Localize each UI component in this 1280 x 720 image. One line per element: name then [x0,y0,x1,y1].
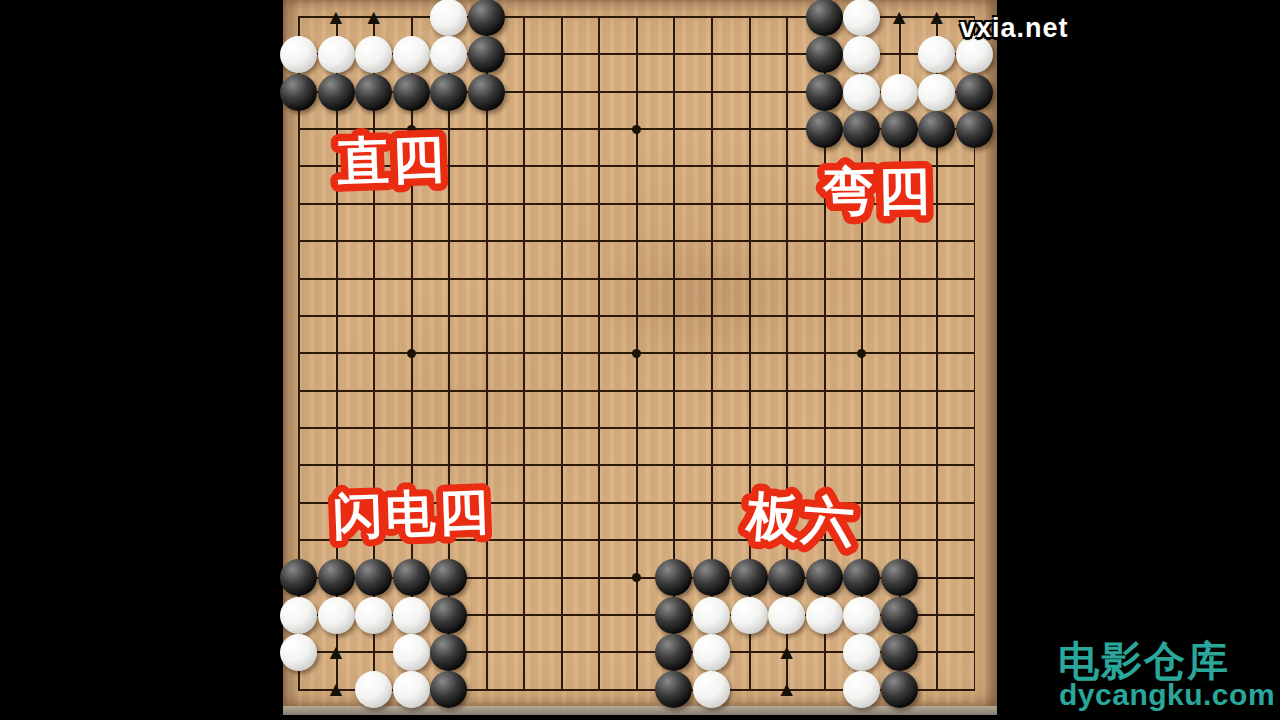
watermark-dycangku-domain: dycangku.com [1059,678,1275,712]
white-stone [693,634,730,671]
white-stone [918,36,955,73]
white-stone [355,36,392,73]
black-stone [806,74,843,111]
black-stone [881,634,918,671]
white-stone [843,74,880,111]
white-stone [693,671,730,708]
label-text: 闪电四 [332,483,493,545]
video-frame: { "game": "go", "description_visible_tex… [0,0,1280,720]
white-stone [393,634,430,671]
white-stone [806,597,843,634]
triangle-marker-icon: ▲ [776,641,797,662]
label-lightning-four: 闪电四 [260,454,564,574]
label-board-six: 板六 [673,455,930,582]
black-stone [655,634,692,671]
black-stone [806,36,843,73]
black-stone [280,74,317,111]
white-stone [393,597,430,634]
white-stone [280,597,317,634]
black-stone [956,74,993,111]
white-stone [731,597,768,634]
black-stone [468,0,505,36]
black-stone [655,597,692,634]
white-stone [430,0,467,36]
white-stone [843,634,880,671]
triangle-marker-icon: ▲ [926,6,947,27]
label-straight-four: 直四 [265,101,519,220]
white-stone [881,74,918,111]
triangle-marker-icon: ▲ [363,6,384,27]
white-stone [918,74,955,111]
white-stone [355,597,392,634]
white-stone [318,597,355,634]
white-stone [843,597,880,634]
white-stone [843,36,880,73]
triangle-marker-icon: ▲ [776,678,797,699]
black-stone [806,0,843,36]
black-stone [881,597,918,634]
white-stone [393,36,430,73]
black-stone [318,74,355,111]
black-stone [430,634,467,671]
triangle-marker-icon: ▲ [889,6,910,27]
white-stone [280,36,317,73]
label-text: 板六 [743,486,859,552]
white-stone [393,671,430,708]
label-text: 直四 [336,129,448,191]
triangle-marker-icon: ▲ [326,678,347,699]
white-stone [768,597,805,634]
black-stone [430,597,467,634]
white-stone [843,671,880,708]
white-stone [355,671,392,708]
label-bent-four: 弯四 [752,134,1004,248]
triangle-marker-icon: ▲ [326,641,347,662]
black-stone [881,671,918,708]
watermark-vxia: vxia.net [960,13,1069,44]
white-stone [318,36,355,73]
label-text: 弯四 [822,161,934,221]
white-stone [280,634,317,671]
black-stone [468,36,505,73]
white-stone [430,36,467,73]
triangle-marker-icon: ▲ [326,6,347,27]
black-stone [430,671,467,708]
white-stone [693,597,730,634]
black-stone [655,671,692,708]
white-stone [843,0,880,36]
